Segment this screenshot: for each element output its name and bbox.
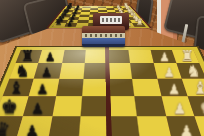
chess-piece-black-p[interactable]: ♟ [25, 124, 39, 136]
chess-piece-black-n[interactable]: ♞ [15, 62, 30, 78]
square: ♜ [132, 23, 146, 27]
clock-top-face [82, 26, 125, 33]
square [59, 63, 85, 78]
clock-lcd-display [82, 33, 125, 38]
square [109, 116, 141, 136]
square: ♟ [16, 116, 51, 136]
square [108, 78, 135, 95]
square [52, 96, 82, 116]
main-chess-board: ♜♟♟♜♞♟♟♞♝♟♟♝♚♟♟♚♛♟♟♛♝♟♟♝♞♟♟♞♜♟♟♜ [0, 47, 204, 136]
square: ♞ [176, 63, 204, 78]
square [78, 17, 89, 20]
main-board-grid: ♜♟♟♜♞♟♟♞♝♟♟♝♚♟♟♚♛♟♟♛♝♟♟♝♞♟♟♞♜♟♟♜ [0, 47, 204, 136]
square [78, 116, 109, 136]
clock-base [82, 44, 125, 47]
square [80, 96, 108, 116]
square [108, 96, 137, 116]
chess-piece-white-r[interactable]: ♜ [136, 19, 143, 27]
chess-piece-black-r[interactable]: ♜ [55, 19, 62, 27]
chess-piece-white-p[interactable]: ♟ [173, 101, 186, 116]
square [83, 63, 108, 78]
square: ♟ [23, 96, 55, 116]
near-chess-clock[interactable] [82, 26, 125, 47]
chess-piece-black-k[interactable]: ♚ [1, 97, 18, 116]
clock-back-label [100, 16, 122, 24]
square: ♟ [29, 78, 59, 95]
chess-piece-white-k[interactable]: ♚ [200, 97, 204, 116]
square [107, 50, 130, 63]
chess-piece-black-p[interactable]: ♟ [67, 21, 72, 27]
square: ♟ [150, 50, 176, 63]
square [55, 78, 83, 95]
chess-piece-white-p[interactable]: ♟ [159, 51, 170, 63]
square [82, 78, 108, 95]
chess-piece-white-p[interactable]: ♟ [168, 82, 180, 96]
chess-piece-black-p[interactable]: ♟ [36, 82, 48, 96]
chess-piece-black-p[interactable]: ♟ [41, 66, 52, 79]
chess-piece-black-p[interactable]: ♟ [45, 51, 56, 63]
chess-piece-white-b[interactable]: ♝ [193, 79, 204, 96]
chess-tournament-photo: Tournament hall photo: two yellow-and-br… [0, 0, 204, 136]
chess-piece-black-q[interactable]: ♛ [0, 120, 10, 136]
chess-piece-white-p[interactable]: ♟ [180, 124, 194, 136]
square [129, 50, 154, 63]
square [84, 50, 107, 63]
square [47, 116, 80, 136]
square: ♟ [39, 50, 64, 63]
square [107, 63, 132, 78]
chess-piece-black-p[interactable]: ♟ [31, 101, 44, 116]
square [61, 50, 85, 63]
square: ♟ [34, 63, 61, 78]
chess-piece-white-n[interactable]: ♞ [186, 62, 201, 78]
chess-piece-white-p[interactable]: ♟ [163, 66, 174, 79]
chess-piece-black-b[interactable]: ♝ [8, 79, 24, 96]
